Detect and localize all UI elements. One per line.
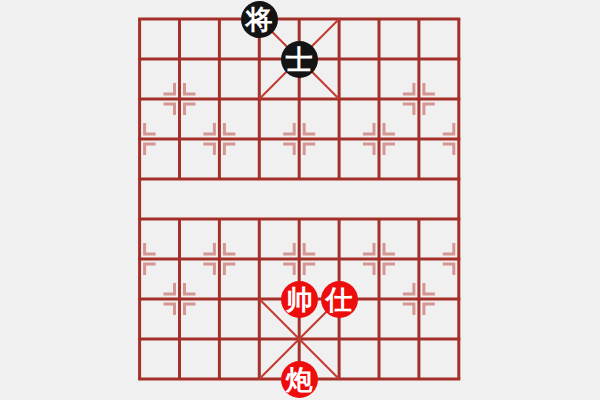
piece-red-cannon[interactable]: 炮 — [281, 361, 318, 398]
piece-red-advisor[interactable]: 仕 — [321, 281, 358, 318]
piece-red-general[interactable]: 帅 — [281, 281, 318, 318]
xiangqi-app-canvas: 将士帅仕炮 — [0, 0, 600, 400]
piece-black-advisor[interactable]: 士 — [281, 41, 318, 78]
piece-black-general[interactable]: 将 — [241, 1, 278, 38]
